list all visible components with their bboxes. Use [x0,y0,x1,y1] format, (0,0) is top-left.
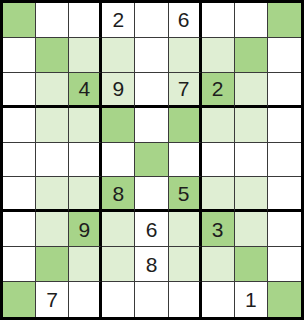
given-digit: 6 [146,219,158,240]
given-digit: 7 [46,289,58,310]
cell-r4c7[interactable] [202,108,235,143]
cell-r3c7[interactable]: 2 [202,73,235,108]
cell-r7c2[interactable] [36,212,69,247]
cell-r4c6[interactable] [169,108,202,143]
given-digit: 8 [113,183,125,204]
cell-r6c4[interactable]: 8 [102,177,135,212]
cell-r4c2[interactable] [36,108,69,143]
cell-r9c8[interactable]: 1 [235,282,268,317]
cell-r3c4[interactable]: 9 [102,73,135,108]
cell-r1c6[interactable]: 6 [169,3,202,38]
cell-r9c4[interactable] [102,282,135,317]
cell-r6c1[interactable] [3,177,36,212]
given-digit: 9 [78,219,90,240]
sudoku-board: 26497285963871 [0,0,304,320]
cell-r4c5[interactable] [135,108,168,143]
cell-r2c1[interactable] [3,38,36,73]
given-digit: 2 [212,78,224,99]
cell-r2c3[interactable] [69,38,102,73]
cell-r5c3[interactable] [69,143,102,178]
cell-r3c2[interactable] [36,73,69,108]
cell-r8c9[interactable] [268,247,301,282]
cell-r5c5[interactable] [135,143,168,178]
given-digit: 1 [245,289,257,310]
cell-r9c2[interactable]: 7 [36,282,69,317]
cell-r9c5[interactable] [135,282,168,317]
cell-r5c9[interactable] [268,143,301,178]
cell-r3c3[interactable]: 4 [69,73,102,108]
cell-r5c4[interactable] [102,143,135,178]
cell-r1c5[interactable] [135,3,168,38]
cell-r1c7[interactable] [202,3,235,38]
cell-r8c3[interactable] [69,247,102,282]
given-digit: 3 [212,219,224,240]
cell-r1c3[interactable] [69,3,102,38]
cell-r2c8[interactable] [235,38,268,73]
cell-r2c4[interactable] [102,38,135,73]
cell-r1c4[interactable]: 2 [102,3,135,38]
cell-r9c6[interactable] [169,282,202,317]
cell-r1c1[interactable] [3,3,36,38]
cell-r1c2[interactable] [36,3,69,38]
cell-r8c5[interactable]: 8 [135,247,168,282]
cell-r1c9[interactable] [268,3,301,38]
cell-r4c8[interactable] [235,108,268,143]
cell-r7c9[interactable] [268,212,301,247]
given-digit: 8 [146,254,158,275]
cell-r3c5[interactable] [135,73,168,108]
cell-r6c3[interactable] [69,177,102,212]
cell-r6c7[interactable] [202,177,235,212]
cell-r6c2[interactable] [36,177,69,212]
cell-r2c7[interactable] [202,38,235,73]
cell-r5c1[interactable] [3,143,36,178]
cell-r7c4[interactable] [102,212,135,247]
cell-r1c8[interactable] [235,3,268,38]
cell-r2c6[interactable] [169,38,202,73]
cell-r6c5[interactable] [135,177,168,212]
cell-r6c8[interactable] [235,177,268,212]
cell-r5c8[interactable] [235,143,268,178]
cell-r9c1[interactable] [3,282,36,317]
cell-r4c9[interactable] [268,108,301,143]
given-digit: 4 [78,78,90,99]
cell-r8c7[interactable] [202,247,235,282]
cell-r5c2[interactable] [36,143,69,178]
cell-r8c1[interactable] [3,247,36,282]
given-digit: 2 [113,9,125,30]
cell-r3c6[interactable]: 7 [169,73,202,108]
cell-r4c3[interactable] [69,108,102,143]
cell-r3c8[interactable] [235,73,268,108]
cell-r9c9[interactable] [268,282,301,317]
cell-r6c6[interactable]: 5 [169,177,202,212]
cell-r2c2[interactable] [36,38,69,73]
cell-r3c1[interactable] [3,73,36,108]
cell-r3c9[interactable] [268,73,301,108]
cell-r8c2[interactable] [36,247,69,282]
cell-r2c9[interactable] [268,38,301,73]
cell-r4c1[interactable] [3,108,36,143]
cell-r4c4[interactable] [102,108,135,143]
cell-r7c8[interactable] [235,212,268,247]
cell-r7c1[interactable] [3,212,36,247]
given-digit: 9 [113,78,125,99]
cell-r6c9[interactable] [268,177,301,212]
cell-r9c7[interactable] [202,282,235,317]
cell-r5c7[interactable] [202,143,235,178]
cell-r7c6[interactable] [169,212,202,247]
given-digit: 7 [178,78,190,99]
cell-r2c5[interactable] [135,38,168,73]
cell-r8c4[interactable] [102,247,135,282]
given-digit: 6 [178,9,190,30]
cell-r7c5[interactable]: 6 [135,212,168,247]
cell-r7c3[interactable]: 9 [69,212,102,247]
given-digit: 5 [178,183,190,204]
cell-r7c7[interactable]: 3 [202,212,235,247]
cell-r9c3[interactable] [69,282,102,317]
cell-r8c8[interactable] [235,247,268,282]
cell-r8c6[interactable] [169,247,202,282]
cell-r5c6[interactable] [169,143,202,178]
